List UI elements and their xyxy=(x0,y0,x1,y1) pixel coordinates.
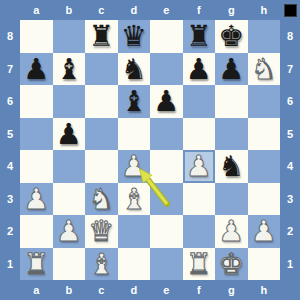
square-h2[interactable]: ♟ xyxy=(248,215,281,248)
piece-white-bishop: ♝ xyxy=(85,248,118,281)
piece-black-bishop: ♝ xyxy=(118,85,151,118)
piece-black-rook: ♜ xyxy=(183,20,216,53)
square-e8[interactable] xyxy=(150,20,183,53)
square-g3[interactable] xyxy=(215,183,248,216)
square-g7[interactable]: ♟ xyxy=(215,53,248,86)
square-g5[interactable] xyxy=(215,118,248,151)
square-d7[interactable]: ♞ xyxy=(118,53,151,86)
piece-black-queen: ♛ xyxy=(118,20,151,53)
square-d4[interactable]: ♟ xyxy=(118,150,151,183)
square-b2[interactable]: ♟ xyxy=(53,215,86,248)
piece-black-pawn: ♟ xyxy=(183,53,216,86)
square-b7[interactable]: ♝ xyxy=(53,53,86,86)
square-d5[interactable] xyxy=(118,118,151,151)
file-label-h-top: h xyxy=(248,0,281,20)
square-f1[interactable]: ♜ xyxy=(183,248,216,281)
rank-label-5-left: 5 xyxy=(0,118,20,151)
piece-black-bishop: ♝ xyxy=(53,53,86,86)
rank-label-7-left: 7 xyxy=(0,53,20,86)
board-corner xyxy=(0,280,20,300)
square-d3[interactable]: ♝ xyxy=(118,183,151,216)
piece-black-knight: ♞ xyxy=(215,150,248,183)
square-e2[interactable] xyxy=(150,215,183,248)
file-label-b-bottom: b xyxy=(53,280,86,300)
square-b4[interactable] xyxy=(53,150,86,183)
square-a8[interactable] xyxy=(20,20,53,53)
piece-white-king: ♚ xyxy=(215,248,248,281)
square-a3[interactable]: ♟ xyxy=(20,183,53,216)
piece-black-pawn: ♟ xyxy=(150,85,183,118)
square-a4[interactable] xyxy=(20,150,53,183)
board-corner xyxy=(280,280,300,300)
file-label-c-top: c xyxy=(85,0,118,20)
piece-black-pawn: ♟ xyxy=(20,53,53,86)
square-e5[interactable] xyxy=(150,118,183,151)
square-f8[interactable]: ♜ xyxy=(183,20,216,53)
rank-label-4-right: 4 xyxy=(280,150,300,183)
square-f3[interactable] xyxy=(183,183,216,216)
square-c2[interactable]: ♛ xyxy=(85,215,118,248)
piece-white-bishop: ♝ xyxy=(118,183,151,216)
rank-label-3-right: 3 xyxy=(280,183,300,216)
square-a7[interactable]: ♟ xyxy=(20,53,53,86)
square-c7[interactable] xyxy=(85,53,118,86)
square-h5[interactable] xyxy=(248,118,281,151)
square-c5[interactable] xyxy=(85,118,118,151)
square-a6[interactable] xyxy=(20,85,53,118)
square-f6[interactable] xyxy=(183,85,216,118)
file-label-h-bottom: h xyxy=(248,280,281,300)
piece-white-pawn: ♟ xyxy=(118,150,151,183)
board-grid: abcdefgh8♜♛♜♚87♟♝♞♟♟♞76♝♟65♟54♟♟♞43♟♞♝32… xyxy=(0,0,300,300)
square-h1[interactable] xyxy=(248,248,281,281)
rank-label-6-right: 6 xyxy=(280,85,300,118)
file-label-g-top: g xyxy=(215,0,248,20)
square-e4[interactable] xyxy=(150,150,183,183)
file-label-f-top: f xyxy=(183,0,216,20)
piece-black-king: ♚ xyxy=(215,20,248,53)
file-label-d-bottom: d xyxy=(118,280,151,300)
file-label-e-top: e xyxy=(150,0,183,20)
piece-white-rook: ♜ xyxy=(20,248,53,281)
square-g1[interactable]: ♚ xyxy=(215,248,248,281)
square-g2[interactable]: ♟ xyxy=(215,215,248,248)
rank-label-7-right: 7 xyxy=(280,53,300,86)
rank-label-2-right: 2 xyxy=(280,215,300,248)
rank-label-2-left: 2 xyxy=(0,215,20,248)
piece-white-pawn: ♟ xyxy=(248,215,281,248)
file-label-c-bottom: c xyxy=(85,280,118,300)
file-label-a-top: a xyxy=(20,0,53,20)
square-a1[interactable]: ♜ xyxy=(20,248,53,281)
square-f5[interactable] xyxy=(183,118,216,151)
square-c1[interactable]: ♝ xyxy=(85,248,118,281)
file-label-a-bottom: a xyxy=(20,280,53,300)
piece-black-pawn: ♟ xyxy=(53,118,86,151)
rank-label-8-left: 8 xyxy=(0,20,20,53)
square-d6[interactable]: ♝ xyxy=(118,85,151,118)
square-b3[interactable] xyxy=(53,183,86,216)
file-label-d-top: d xyxy=(118,0,151,20)
square-d1[interactable] xyxy=(118,248,151,281)
square-c3[interactable]: ♞ xyxy=(85,183,118,216)
square-b6[interactable] xyxy=(53,85,86,118)
square-b8[interactable] xyxy=(53,20,86,53)
square-c4[interactable] xyxy=(85,150,118,183)
square-h6[interactable] xyxy=(248,85,281,118)
square-g4[interactable]: ♞ xyxy=(215,150,248,183)
square-h8[interactable] xyxy=(248,20,281,53)
square-h4[interactable] xyxy=(248,150,281,183)
square-b1[interactable] xyxy=(53,248,86,281)
board-corner xyxy=(0,0,20,20)
piece-black-knight: ♞ xyxy=(118,53,151,86)
square-e7[interactable] xyxy=(150,53,183,86)
square-f2[interactable] xyxy=(183,215,216,248)
piece-white-knight: ♞ xyxy=(248,53,281,86)
rank-label-4-left: 4 xyxy=(0,150,20,183)
square-e6[interactable]: ♟ xyxy=(150,85,183,118)
rank-label-1-left: 1 xyxy=(0,248,20,281)
square-c8[interactable]: ♜ xyxy=(85,20,118,53)
piece-white-rook: ♜ xyxy=(183,248,216,281)
square-f7[interactable]: ♟ xyxy=(183,53,216,86)
board-corner xyxy=(280,0,300,20)
piece-black-rook: ♜ xyxy=(85,20,118,53)
piece-white-queen: ♛ xyxy=(85,215,118,248)
square-a2[interactable] xyxy=(20,215,53,248)
piece-white-knight: ♞ xyxy=(85,183,118,216)
square-f4[interactable]: ♟ xyxy=(183,150,216,183)
square-a5[interactable] xyxy=(20,118,53,151)
piece-white-pawn: ♟ xyxy=(20,183,53,216)
square-g6[interactable] xyxy=(215,85,248,118)
black-to-move-indicator xyxy=(284,4,297,17)
square-h7[interactable]: ♞ xyxy=(248,53,281,86)
file-label-b-top: b xyxy=(53,0,86,20)
piece-white-pawn: ♟ xyxy=(53,215,86,248)
square-c6[interactable] xyxy=(85,85,118,118)
file-label-g-bottom: g xyxy=(215,280,248,300)
piece-white-pawn: ♟ xyxy=(183,150,216,183)
square-d8[interactable]: ♛ xyxy=(118,20,151,53)
square-e1[interactable] xyxy=(150,248,183,281)
square-h3[interactable] xyxy=(248,183,281,216)
file-label-f-bottom: f xyxy=(183,280,216,300)
file-label-e-bottom: e xyxy=(150,280,183,300)
rank-label-3-left: 3 xyxy=(0,183,20,216)
piece-white-pawn: ♟ xyxy=(215,215,248,248)
piece-black-pawn: ♟ xyxy=(215,53,248,86)
rank-label-8-right: 8 xyxy=(280,20,300,53)
rank-label-6-left: 6 xyxy=(0,85,20,118)
rank-label-5-right: 5 xyxy=(280,118,300,151)
square-d2[interactable] xyxy=(118,215,151,248)
rank-label-1-right: 1 xyxy=(280,248,300,281)
square-b5[interactable]: ♟ xyxy=(53,118,86,151)
square-g8[interactable]: ♚ xyxy=(215,20,248,53)
square-e3[interactable] xyxy=(150,183,183,216)
chess-board-frame: abcdefgh8♜♛♜♚87♟♝♞♟♟♞76♝♟65♟54♟♟♞43♟♞♝32… xyxy=(0,0,300,300)
